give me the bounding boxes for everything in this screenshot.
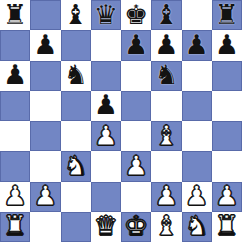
square-f5[interactable] (151, 91, 181, 121)
square-d1[interactable]: ♛ (91, 212, 121, 242)
square-h3[interactable] (212, 151, 242, 181)
black-rook[interactable]: ♜ (3, 1, 27, 28)
black-pawn[interactable]: ♟ (185, 31, 209, 58)
white-pawn[interactable]: ♟ (154, 182, 178, 209)
square-f1[interactable]: ♝ (151, 212, 181, 242)
square-g6[interactable] (182, 61, 212, 91)
square-g4[interactable] (182, 121, 212, 151)
square-c7[interactable] (61, 30, 91, 60)
square-c3[interactable]: ♞ (61, 151, 91, 181)
square-c8[interactable]: ♝ (61, 0, 91, 30)
square-g1[interactable]: ♞ (182, 212, 212, 242)
square-f8[interactable]: ♝ (151, 0, 181, 30)
square-c6[interactable]: ♞ (61, 61, 91, 91)
chess-board: ♜♝♛♚♝♜♟♟♟♟♟♟♞♞♟♟♝♞♟♟♟♟♟♟♜♛♚♝♞♜ (0, 0, 242, 242)
square-g3[interactable] (182, 151, 212, 181)
square-b4[interactable] (30, 121, 60, 151)
square-a8[interactable]: ♜ (0, 0, 30, 30)
square-e2[interactable] (121, 182, 151, 212)
black-pawn[interactable]: ♟ (154, 31, 178, 58)
chess-board-container: ♜♝♛♚♝♜♟♟♟♟♟♟♞♞♟♟♝♞♟♟♟♟♟♟♜♛♚♝♞♜ (0, 0, 242, 242)
square-d5[interactable]: ♟ (91, 91, 121, 121)
square-b5[interactable] (30, 91, 60, 121)
white-pawn[interactable]: ♟ (94, 122, 118, 149)
white-knight[interactable]: ♞ (185, 212, 209, 239)
square-h8[interactable]: ♜ (212, 0, 242, 30)
square-f7[interactable]: ♟ (151, 30, 181, 60)
white-queen[interactable]: ♛ (94, 212, 118, 239)
square-g8[interactable] (182, 0, 212, 30)
black-bishop[interactable]: ♝ (154, 1, 178, 28)
square-g7[interactable]: ♟ (182, 30, 212, 60)
white-rook[interactable]: ♜ (215, 212, 239, 239)
black-knight[interactable]: ♞ (64, 61, 88, 88)
black-bishop[interactable]: ♝ (64, 1, 88, 28)
black-queen[interactable]: ♛ (94, 1, 118, 28)
square-h5[interactable] (212, 91, 242, 121)
square-b3[interactable] (30, 151, 60, 181)
black-rook[interactable]: ♜ (215, 1, 239, 28)
black-pawn[interactable]: ♟ (33, 31, 57, 58)
square-g5[interactable] (182, 91, 212, 121)
square-h7[interactable]: ♟ (212, 30, 242, 60)
square-e3[interactable]: ♟ (121, 151, 151, 181)
square-c2[interactable] (61, 182, 91, 212)
square-b2[interactable]: ♟ (30, 182, 60, 212)
square-d6[interactable] (91, 61, 121, 91)
square-e6[interactable] (121, 61, 151, 91)
white-rook[interactable]: ♜ (3, 212, 27, 239)
square-e4[interactable] (121, 121, 151, 151)
white-pawn[interactable]: ♟ (185, 182, 209, 209)
square-e5[interactable] (121, 91, 151, 121)
square-f6[interactable]: ♞ (151, 61, 181, 91)
square-b1[interactable] (30, 212, 60, 242)
square-a1[interactable]: ♜ (0, 212, 30, 242)
black-pawn[interactable]: ♟ (94, 91, 118, 118)
square-d3[interactable] (91, 151, 121, 181)
square-d4[interactable]: ♟ (91, 121, 121, 151)
black-pawn[interactable]: ♟ (215, 31, 239, 58)
square-h2[interactable]: ♟ (212, 182, 242, 212)
white-pawn[interactable]: ♟ (3, 182, 27, 209)
square-b8[interactable] (30, 0, 60, 30)
square-f3[interactable] (151, 151, 181, 181)
white-bishop[interactable]: ♝ (154, 122, 178, 149)
square-a4[interactable] (0, 121, 30, 151)
square-c5[interactable] (61, 91, 91, 121)
square-e1[interactable]: ♚ (121, 212, 151, 242)
square-h6[interactable] (212, 61, 242, 91)
square-d7[interactable] (91, 30, 121, 60)
square-d8[interactable]: ♛ (91, 0, 121, 30)
square-a6[interactable]: ♟ (0, 61, 30, 91)
square-h1[interactable]: ♜ (212, 212, 242, 242)
black-pawn[interactable]: ♟ (124, 31, 148, 58)
square-b7[interactable]: ♟ (30, 30, 60, 60)
white-knight[interactable]: ♞ (64, 152, 88, 179)
white-pawn[interactable]: ♟ (124, 152, 148, 179)
white-pawn[interactable]: ♟ (33, 182, 57, 209)
square-a5[interactable] (0, 91, 30, 121)
square-a3[interactable] (0, 151, 30, 181)
square-f4[interactable]: ♝ (151, 121, 181, 151)
black-king[interactable]: ♚ (124, 1, 148, 28)
black-knight[interactable]: ♞ (154, 61, 178, 88)
square-h4[interactable] (212, 121, 242, 151)
square-b6[interactable] (30, 61, 60, 91)
square-a2[interactable]: ♟ (0, 182, 30, 212)
black-pawn[interactable]: ♟ (3, 61, 27, 88)
square-c4[interactable] (61, 121, 91, 151)
square-e8[interactable]: ♚ (121, 0, 151, 30)
square-g2[interactable]: ♟ (182, 182, 212, 212)
square-c1[interactable] (61, 212, 91, 242)
white-king[interactable]: ♚ (124, 212, 148, 239)
square-a7[interactable] (0, 30, 30, 60)
square-f2[interactable]: ♟ (151, 182, 181, 212)
square-d2[interactable] (91, 182, 121, 212)
white-pawn[interactable]: ♟ (215, 182, 239, 209)
white-bishop[interactable]: ♝ (154, 212, 178, 239)
square-e7[interactable]: ♟ (121, 30, 151, 60)
